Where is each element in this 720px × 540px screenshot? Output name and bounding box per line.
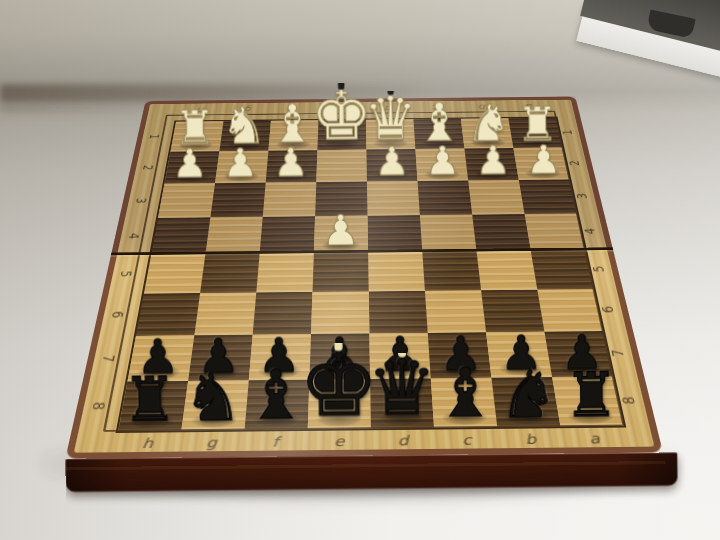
coordinate-label-7: 7 [100, 355, 117, 363]
black-king: ♚ [299, 342, 379, 427]
coordinate-label-c: c [432, 104, 439, 111]
square-g8: ♞ [181, 380, 248, 430]
white-pawn: ♟ [475, 141, 511, 179]
white-pawn: ♟ [273, 144, 309, 182]
square-e1: ♚ [317, 120, 366, 150]
coordinate-label-e: e [334, 434, 344, 448]
chess-board: ♜♞♝♚♛♝♞♜♟♟♟♟♟♟♟♟♟♟♟♟♟♟♟♟♜♞♝♚♛♝♞♜ hhggffe… [65, 96, 663, 458]
coordinate-label-f: f [272, 435, 279, 449]
coordinate-label-e: e [339, 105, 347, 112]
coordinate-label-2: 2 [567, 160, 581, 165]
coordinate-label-a: a [588, 432, 601, 446]
windowsill-chess-photo: ♜♞♝♚♛♝♞♜♟♟♟♟♟♟♟♟♟♟♟♟♟♟♟♟♜♞♝♚♛♝♞♜ hhggffe… [0, 0, 720, 540]
coordinate-label-8: 8 [90, 402, 108, 410]
black-bishop: ♝ [245, 363, 306, 428]
coordinate-label-5: 5 [118, 271, 134, 278]
coordinate-label-5: 5 [590, 266, 606, 273]
coordinate-label-a: a [526, 103, 535, 110]
coordinate-label-h: h [197, 107, 206, 114]
coordinate-label-4: 4 [582, 228, 597, 234]
coordinate-label-8: 8 [619, 396, 637, 404]
white-pawn: ♟ [425, 142, 461, 180]
white-pawn: ♟ [374, 143, 410, 181]
coordinate-label-f: f [293, 106, 298, 113]
square-b8: ♞ [491, 377, 560, 427]
white-pawn: ♟ [172, 145, 208, 183]
coordinate-label-d: d [398, 434, 409, 448]
coordinate-label-d: d [385, 105, 393, 112]
coordinate-label-b: b [524, 432, 536, 446]
square-c8: ♝ [431, 378, 497, 428]
coordinate-label-c: c [462, 433, 472, 447]
square-d8: ♛ [370, 378, 434, 428]
white-pawn: ♟ [526, 141, 562, 179]
coordinate-label-4: 4 [126, 233, 141, 239]
coordinate-label-3: 3 [134, 198, 149, 204]
black-rook: ♜ [564, 366, 619, 424]
square-e8: ♚ [308, 379, 371, 429]
coordinate-label-6: 6 [110, 311, 126, 318]
white-pawn: ♟ [222, 144, 258, 182]
coordinate-label-3: 3 [574, 193, 589, 199]
king-finial [338, 78, 344, 90]
coordinate-label-1: 1 [148, 134, 162, 139]
queen-finial [398, 350, 406, 358]
coordinate-label-g: g [244, 106, 253, 113]
black-bishop: ♝ [434, 361, 495, 426]
board-front-edge [65, 452, 677, 492]
coordinate-label-h: h [141, 436, 154, 450]
white-king: ♚ [310, 83, 372, 149]
black-knight: ♞ [499, 362, 558, 425]
board-scene: ♜♞♝♚♛♝♞♜♟♟♟♟♟♟♟♟♟♟♟♟♟♟♟♟♜♞♝♚♛♝♞♜ hhggffe… [109, 0, 614, 501]
coordinate-label-1: 1 [560, 130, 574, 135]
coordinate-label-7: 7 [609, 349, 626, 357]
black-rook: ♜ [122, 371, 177, 429]
white-pawn: ♟ [322, 211, 360, 251]
coordinate-label-6: 6 [599, 306, 615, 313]
king-finial [334, 336, 342, 351]
coordinate-label-b: b [479, 104, 488, 111]
black-knight: ♞ [183, 366, 242, 429]
coordinate-label-g: g [206, 436, 218, 450]
queen-finial [387, 89, 393, 95]
coordinate-label-2: 2 [141, 165, 155, 170]
